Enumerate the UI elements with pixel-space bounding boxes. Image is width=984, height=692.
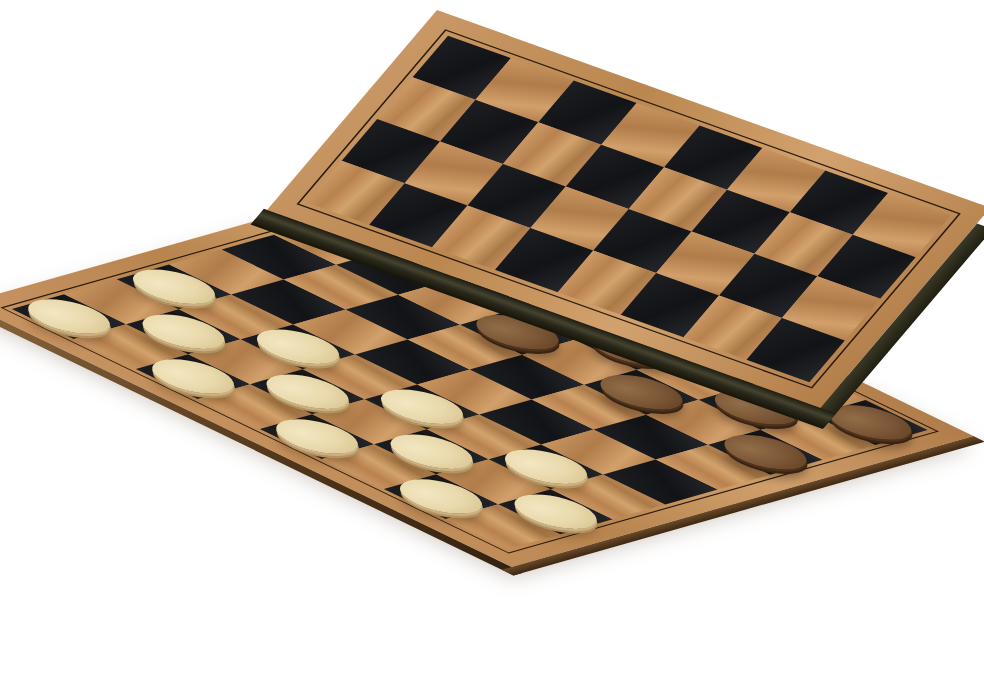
light-checker-f2r4[interactable] xyxy=(250,369,365,415)
dark-checker-f6r8[interactable] xyxy=(708,429,823,475)
light-checker-f2r2[interactable] xyxy=(126,309,241,355)
light-checker-f1r1[interactable] xyxy=(12,294,127,340)
light-checker-f3r1[interactable] xyxy=(117,264,232,310)
light-checker-f3r7[interactable] xyxy=(489,444,604,490)
light-checker-f1r3[interactable] xyxy=(136,354,251,400)
light-checker-f2r6[interactable] xyxy=(374,429,489,475)
light-checker-f1r5[interactable] xyxy=(260,414,375,460)
light-checker-f1r7[interactable] xyxy=(384,474,499,520)
light-checker-f3r5[interactable] xyxy=(365,384,480,430)
light-checker-f3r3[interactable] xyxy=(241,324,356,370)
light-checker-f2r8[interactable] xyxy=(498,489,613,535)
checkers-set-photo xyxy=(0,0,984,692)
